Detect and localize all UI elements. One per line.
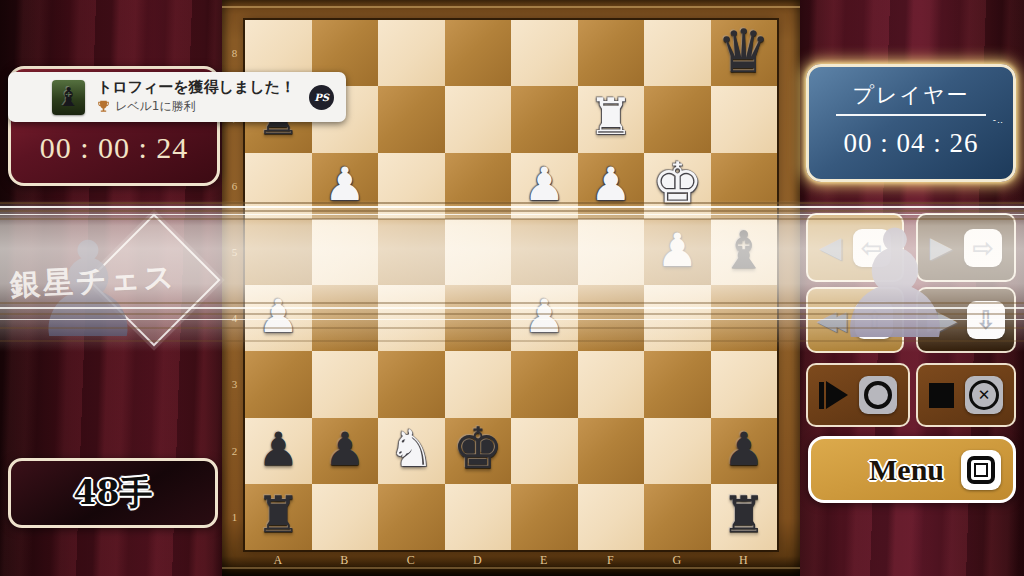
square-d3[interactable]: [445, 351, 512, 417]
square-h1[interactable]: ♜: [711, 484, 778, 550]
file-label-b: B: [312, 550, 379, 571]
square-b1[interactable]: [312, 484, 379, 550]
square-a2[interactable]: ♟: [245, 418, 312, 484]
black-pawn[interactable]: ♟: [324, 426, 365, 472]
white-pawn[interactable]: ♟: [524, 161, 565, 207]
square-g8[interactable]: [644, 20, 711, 86]
square-c2[interactable]: ♞: [378, 418, 445, 484]
square-f4[interactable]: [578, 285, 645, 351]
play-step-icon: [819, 381, 848, 409]
square-g4[interactable]: [644, 285, 711, 351]
square-h6[interactable]: [711, 153, 778, 219]
game-screen: 87654321 ♛♜♜♟♟♟♚♟♝♟♟♟♟♞♚♟♜♜ ABCDEFGH 00 …: [0, 0, 1024, 576]
file-label-a: A: [245, 550, 312, 571]
square-f2[interactable]: [578, 418, 645, 484]
player-label-underline: -‥: [836, 114, 986, 116]
opponent-time: 00 : 00 : 24: [40, 131, 189, 165]
white-pawn[interactable]: ♟: [524, 293, 565, 339]
square-c7[interactable]: [378, 86, 445, 152]
play-button[interactable]: [806, 363, 910, 427]
white-rook[interactable]: ♜: [588, 92, 633, 142]
menu-button[interactable]: Menu: [808, 436, 1016, 503]
square-b3[interactable]: [312, 351, 379, 417]
background-pawn-silhouette-icon: ♟: [820, 203, 970, 367]
black-queen[interactable]: ♛: [717, 21, 771, 81]
square-g5[interactable]: ♟: [644, 219, 711, 285]
square-a1[interactable]: ♜: [245, 484, 312, 550]
white-pawn[interactable]: ♟: [258, 293, 299, 339]
square-d5[interactable]: [445, 219, 512, 285]
square-a3[interactable]: [245, 351, 312, 417]
square-h4[interactable]: [711, 285, 778, 351]
square-c6[interactable]: [378, 153, 445, 219]
square-a6[interactable]: [245, 153, 312, 219]
cross-button-icon: ✕: [969, 380, 999, 410]
rank-label-1: 1: [226, 484, 243, 550]
square-f5[interactable]: [578, 219, 645, 285]
file-label-g: G: [644, 550, 711, 571]
player-clock-active: プレイヤー -‥ 00 : 04 : 26: [806, 64, 1016, 182]
square-h5[interactable]: ♝: [711, 219, 778, 285]
square-g6[interactable]: ♚: [644, 153, 711, 219]
square-d7[interactable]: [445, 86, 512, 152]
file-labels: ABCDEFGH: [245, 550, 777, 571]
file-label-e: E: [511, 550, 578, 571]
white-knight[interactable]: ♞: [388, 423, 434, 474]
square-b4[interactable]: [312, 285, 379, 351]
file-label-c: C: [378, 550, 445, 571]
dpad-down-keycap: ⇩: [967, 301, 1005, 339]
rank-label-6: 6: [226, 153, 243, 219]
square-d4[interactable]: [445, 285, 512, 351]
square-h2[interactable]: ♟: [711, 418, 778, 484]
stop-square-icon: [929, 383, 954, 408]
rank-label-2: 2: [226, 418, 243, 484]
square-g3[interactable]: [644, 351, 711, 417]
white-king[interactable]: ♚: [652, 155, 703, 212]
square-c1[interactable]: [378, 484, 445, 550]
trophy-notification: ♝ トロフィーを獲得しました！ レベル1に勝利 PS: [8, 72, 346, 122]
black-pawn[interactable]: ♟: [258, 426, 299, 472]
file-label-h: H: [711, 550, 778, 571]
square-e7[interactable]: [511, 86, 578, 152]
square-b6[interactable]: ♟: [312, 153, 379, 219]
square-d8[interactable]: [445, 20, 512, 86]
square-e2[interactable]: [511, 418, 578, 484]
arrow-down-icon: ⇩: [975, 307, 997, 333]
square-c3[interactable]: [378, 351, 445, 417]
player-label: プレイヤー: [853, 81, 970, 109]
square-f3[interactable]: [578, 351, 645, 417]
square-g1[interactable]: [644, 484, 711, 550]
square-e1[interactable]: [511, 484, 578, 550]
square-e5[interactable]: [511, 219, 578, 285]
player-time: 00 : 04 : 26: [843, 128, 978, 159]
white-pawn[interactable]: ♟: [590, 161, 631, 207]
rank-label-5: 5: [226, 219, 243, 285]
arrow-right-icon: ⇨: [972, 235, 994, 261]
square-f8[interactable]: [578, 20, 645, 86]
square-g7[interactable]: [644, 86, 711, 152]
square-button-keycap: [961, 450, 1001, 490]
square-button-icon: [967, 456, 995, 484]
black-bishop-icon: ♝: [57, 84, 80, 110]
square-e4[interactable]: ♟: [511, 285, 578, 351]
file-label-d: D: [445, 550, 512, 571]
stop-button[interactable]: ✕: [916, 363, 1016, 427]
black-rook[interactable]: ♜: [721, 490, 766, 540]
square-d1[interactable]: [445, 484, 512, 550]
square-c4[interactable]: [378, 285, 445, 351]
circle-button-icon: [864, 381, 892, 409]
square-a4[interactable]: ♟: [245, 285, 312, 351]
square-e8[interactable]: [511, 20, 578, 86]
square-e6[interactable]: ♟: [511, 153, 578, 219]
white-pawn[interactable]: ♟: [657, 227, 698, 273]
playstation-logo-icon: PS: [309, 85, 334, 110]
square-b2[interactable]: ♟: [312, 418, 379, 484]
square-b5[interactable]: [312, 219, 379, 285]
rank-label-4: 4: [226, 285, 243, 351]
square-f6[interactable]: ♟: [578, 153, 645, 219]
white-pawn[interactable]: ♟: [324, 161, 365, 207]
square-h3[interactable]: [711, 351, 778, 417]
black-king[interactable]: ♚: [452, 420, 503, 477]
square-f1[interactable]: [578, 484, 645, 550]
menu-label: Menu: [869, 453, 944, 487]
square-d6[interactable]: [445, 153, 512, 219]
notification-title: トロフィーを獲得しました！: [97, 79, 295, 96]
square-e3[interactable]: [511, 351, 578, 417]
square-g2[interactable]: [644, 418, 711, 484]
square-c5[interactable]: [378, 219, 445, 285]
trophy-app-icon: ♝: [52, 80, 85, 115]
black-bishop[interactable]: ♝: [720, 224, 767, 276]
circle-button-keycap: [859, 376, 897, 414]
file-label-f: F: [578, 550, 645, 571]
cross-button-keycap: ✕: [965, 376, 1003, 414]
notification-subtitle: レベル1に勝利: [115, 98, 196, 115]
square-a5[interactable]: [245, 219, 312, 285]
rank-label-3: 3: [226, 351, 243, 417]
move-counter: 48手: [8, 458, 218, 528]
move-count-value: 48手: [74, 471, 153, 516]
black-pawn[interactable]: ♟: [723, 426, 764, 472]
square-h7[interactable]: [711, 86, 778, 152]
square-h8[interactable]: ♛: [711, 20, 778, 86]
square-f7[interactable]: ♜: [578, 86, 645, 152]
square-d2[interactable]: ♚: [445, 418, 512, 484]
square-c8[interactable]: [378, 20, 445, 86]
bronze-trophy-icon: [97, 100, 110, 113]
black-rook[interactable]: ♜: [256, 490, 301, 540]
